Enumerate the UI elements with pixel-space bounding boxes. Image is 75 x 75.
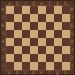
square-e4[interactable]: [38, 38, 46, 46]
file-label-c-bottom: c: [22, 70, 30, 75]
file-label-h-bottom: h: [62, 70, 70, 75]
square-b6[interactable]: [14, 22, 22, 30]
square-d7[interactable]: [30, 14, 38, 22]
square-d4[interactable]: [30, 38, 38, 46]
square-d5[interactable]: [30, 30, 38, 38]
square-f5[interactable]: [46, 30, 54, 38]
file-label-e-bottom: e: [38, 70, 46, 75]
square-c8[interactable]: [22, 6, 30, 14]
square-a5[interactable]: [6, 30, 14, 38]
square-f8[interactable]: [46, 6, 54, 14]
file-label-a-bottom: a: [6, 70, 14, 75]
square-a4[interactable]: [6, 38, 14, 46]
square-f2[interactable]: [46, 54, 54, 62]
file-label-f-bottom: f: [46, 70, 54, 75]
square-c4[interactable]: [22, 38, 30, 46]
square-f3[interactable]: [46, 46, 54, 54]
square-f7[interactable]: [46, 14, 54, 22]
square-h4[interactable]: [62, 38, 70, 46]
chess-board: aabbccddeeffgghh8877665544332211: [0, 0, 75, 75]
square-a1[interactable]: [6, 62, 14, 70]
square-h1[interactable]: [62, 62, 70, 70]
square-a7[interactable]: [6, 14, 14, 22]
square-g7[interactable]: [54, 14, 62, 22]
file-label-d-bottom: d: [30, 70, 38, 75]
square-e3[interactable]: [38, 46, 46, 54]
rank-label-5-right: 5: [70, 30, 75, 38]
square-b1[interactable]: [14, 62, 22, 70]
square-g2[interactable]: [54, 54, 62, 62]
square-h3[interactable]: [62, 46, 70, 54]
square-g4[interactable]: [54, 38, 62, 46]
square-e7[interactable]: [38, 14, 46, 22]
square-c3[interactable]: [22, 46, 30, 54]
square-h2[interactable]: [62, 54, 70, 62]
square-f1[interactable]: [46, 62, 54, 70]
square-b7[interactable]: [14, 14, 22, 22]
square-c6[interactable]: [22, 22, 30, 30]
square-b4[interactable]: [14, 38, 22, 46]
square-b2[interactable]: [14, 54, 22, 62]
rank-label-1-right: 1: [70, 62, 75, 70]
square-g8[interactable]: [54, 6, 62, 14]
square-g1[interactable]: [54, 62, 62, 70]
rank-label-6-right: 6: [70, 22, 75, 30]
square-d8[interactable]: [30, 6, 38, 14]
square-c1[interactable]: [22, 62, 30, 70]
rank-label-2-right: 2: [70, 54, 75, 62]
square-e8[interactable]: [38, 6, 46, 14]
square-f6[interactable]: [46, 22, 54, 30]
square-h7[interactable]: [62, 14, 70, 22]
file-label-g-bottom: g: [54, 70, 62, 75]
square-b5[interactable]: [14, 30, 22, 38]
rank-label-3-right: 3: [70, 46, 75, 54]
square-h8[interactable]: [62, 6, 70, 14]
square-g6[interactable]: [54, 22, 62, 30]
square-e1[interactable]: [38, 62, 46, 70]
square-e5[interactable]: [38, 30, 46, 38]
square-e6[interactable]: [38, 22, 46, 30]
square-g3[interactable]: [54, 46, 62, 54]
rank-label-4-right: 4: [70, 38, 75, 46]
square-a3[interactable]: [6, 46, 14, 54]
square-e2[interactable]: [38, 54, 46, 62]
square-d2[interactable]: [30, 54, 38, 62]
board-frame: aabbccddeeffgghh8877665544332211: [0, 0, 75, 75]
squares-grid: [6, 6, 70, 70]
square-c5[interactable]: [22, 30, 30, 38]
square-g5[interactable]: [54, 30, 62, 38]
square-b8[interactable]: [14, 6, 22, 14]
square-h6[interactable]: [62, 22, 70, 30]
file-label-b-bottom: b: [14, 70, 22, 75]
rank-label-7-right: 7: [70, 14, 75, 22]
square-d1[interactable]: [30, 62, 38, 70]
square-a6[interactable]: [6, 22, 14, 30]
square-d3[interactable]: [30, 46, 38, 54]
square-d6[interactable]: [30, 22, 38, 30]
square-f4[interactable]: [46, 38, 54, 46]
square-a8[interactable]: [6, 6, 14, 14]
square-c2[interactable]: [22, 54, 30, 62]
square-h5[interactable]: [62, 30, 70, 38]
square-c7[interactable]: [22, 14, 30, 22]
square-a2[interactable]: [6, 54, 14, 62]
square-b3[interactable]: [14, 46, 22, 54]
rank-label-8-right: 8: [70, 6, 75, 14]
